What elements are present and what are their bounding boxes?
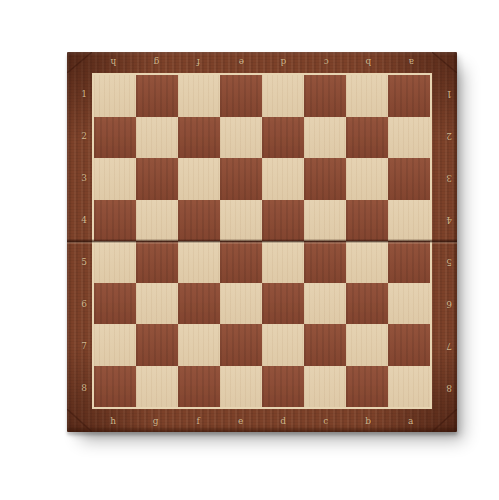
square-h2[interactable] [94, 117, 136, 159]
square-h3[interactable] [94, 158, 136, 200]
file-label-bottom-d: d [262, 409, 305, 432]
square-e5[interactable] [220, 241, 262, 283]
rank-label-left-8: 8 [67, 367, 92, 409]
square-b6[interactable] [346, 283, 388, 325]
square-e7[interactable] [220, 324, 262, 366]
square-a1[interactable] [388, 75, 430, 117]
file-label-bottom-g: g [135, 409, 178, 432]
square-f5[interactable] [178, 241, 220, 283]
square-h6[interactable] [94, 283, 136, 325]
square-d1[interactable] [262, 75, 304, 117]
file-label-top-d: d [262, 52, 305, 73]
square-g5[interactable] [136, 241, 178, 283]
square-d7[interactable] [262, 324, 304, 366]
square-f8[interactable] [178, 366, 220, 408]
file-label-bottom-f: f [177, 409, 220, 432]
square-d6[interactable] [262, 283, 304, 325]
rank-label-right-6: 6 [432, 283, 457, 325]
square-c7[interactable] [304, 324, 346, 366]
rank-label-left-6: 6 [67, 283, 92, 325]
file-label-bottom-a: a [390, 409, 433, 432]
square-d8[interactable] [262, 366, 304, 408]
hinge-seam [67, 239, 457, 244]
square-a6[interactable] [388, 283, 430, 325]
file-labels-bottom: hgfedcba [92, 409, 432, 432]
square-b4[interactable] [346, 200, 388, 242]
square-b1[interactable] [346, 75, 388, 117]
square-f7[interactable] [178, 324, 220, 366]
file-label-top-e: e [220, 52, 263, 73]
square-b7[interactable] [346, 324, 388, 366]
square-e2[interactable] [220, 117, 262, 159]
mitre-joint-top-left [67, 52, 92, 73]
rank-label-right-7: 7 [432, 325, 457, 367]
mitre-joint-bottom-right [432, 409, 457, 432]
file-label-bottom-e: e [220, 409, 263, 432]
file-label-top-h: h [92, 52, 135, 73]
file-label-bottom-c: c [305, 409, 348, 432]
square-f6[interactable] [178, 283, 220, 325]
square-h8[interactable] [94, 366, 136, 408]
square-c4[interactable] [304, 200, 346, 242]
square-d2[interactable] [262, 117, 304, 159]
mitre-joint-bottom-left [67, 409, 92, 432]
square-a3[interactable] [388, 158, 430, 200]
file-label-top-g: g [135, 52, 178, 73]
chessboard: hgfedcba hgfedcba 12345678 12345678 [67, 52, 457, 432]
square-d3[interactable] [262, 158, 304, 200]
rank-label-left-3: 3 [67, 157, 92, 199]
square-b2[interactable] [346, 117, 388, 159]
square-c8[interactable] [304, 366, 346, 408]
square-a4[interactable] [388, 200, 430, 242]
square-f4[interactable] [178, 200, 220, 242]
square-h4[interactable] [94, 200, 136, 242]
square-g8[interactable] [136, 366, 178, 408]
rank-label-left-4: 4 [67, 199, 92, 241]
square-g1[interactable] [136, 75, 178, 117]
file-label-top-c: c [305, 52, 348, 73]
square-g6[interactable] [136, 283, 178, 325]
square-e4[interactable] [220, 200, 262, 242]
square-g3[interactable] [136, 158, 178, 200]
rank-label-right-2: 2 [432, 115, 457, 157]
square-g7[interactable] [136, 324, 178, 366]
file-labels-top: hgfedcba [92, 52, 432, 73]
rank-label-left-7: 7 [67, 325, 92, 367]
file-label-top-a: a [390, 52, 433, 73]
square-c1[interactable] [304, 75, 346, 117]
square-c2[interactable] [304, 117, 346, 159]
square-c3[interactable] [304, 158, 346, 200]
square-b3[interactable] [346, 158, 388, 200]
rank-label-right-5: 5 [432, 241, 457, 283]
square-a8[interactable] [388, 366, 430, 408]
rank-label-right-1: 1 [432, 73, 457, 115]
square-e6[interactable] [220, 283, 262, 325]
square-d4[interactable] [262, 200, 304, 242]
square-e8[interactable] [220, 366, 262, 408]
square-a2[interactable] [388, 117, 430, 159]
square-b5[interactable] [346, 241, 388, 283]
square-a7[interactable] [388, 324, 430, 366]
square-h7[interactable] [94, 324, 136, 366]
square-c6[interactable] [304, 283, 346, 325]
file-label-bottom-h: h [92, 409, 135, 432]
product-photo: hgfedcba hgfedcba 12345678 12345678 [0, 0, 499, 500]
square-c5[interactable] [304, 241, 346, 283]
rank-label-right-3: 3 [432, 157, 457, 199]
square-d5[interactable] [262, 241, 304, 283]
rank-label-right-8: 8 [432, 367, 457, 409]
rank-label-right-4: 4 [432, 199, 457, 241]
rank-label-left-5: 5 [67, 241, 92, 283]
square-g2[interactable] [136, 117, 178, 159]
mitre-joint-top-right [432, 52, 457, 73]
square-h1[interactable] [94, 75, 136, 117]
square-a5[interactable] [388, 241, 430, 283]
file-label-bottom-b: b [347, 409, 390, 432]
square-e3[interactable] [220, 158, 262, 200]
rank-label-left-1: 1 [67, 73, 92, 115]
square-f1[interactable] [178, 75, 220, 117]
square-h5[interactable] [94, 241, 136, 283]
rank-label-left-2: 2 [67, 115, 92, 157]
file-label-top-f: f [177, 52, 220, 73]
square-f3[interactable] [178, 158, 220, 200]
square-g4[interactable] [136, 200, 178, 242]
square-b8[interactable] [346, 366, 388, 408]
square-f2[interactable] [178, 117, 220, 159]
file-label-top-b: b [347, 52, 390, 73]
square-e1[interactable] [220, 75, 262, 117]
